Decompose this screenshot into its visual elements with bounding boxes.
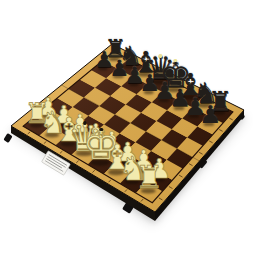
product-photo-stage: ♜♞♝♛♚♝♞♜♟♟♟♟♟♟♟♟♟♟♟♟♟♟♟♟♜♞♝♛♚♝♞♜ — [0, 0, 253, 253]
pieces-layer: ♜♞♝♛♚♝♞♜♟♟♟♟♟♟♟♟♟♟♟♟♟♟♟♟♜♞♝♛♚♝♞♜ — [0, 0, 253, 253]
piece-white-r-h1[interactable]: ♜ — [135, 163, 163, 195]
piece-black-p-h7[interactable]: ♟ — [199, 102, 221, 126]
